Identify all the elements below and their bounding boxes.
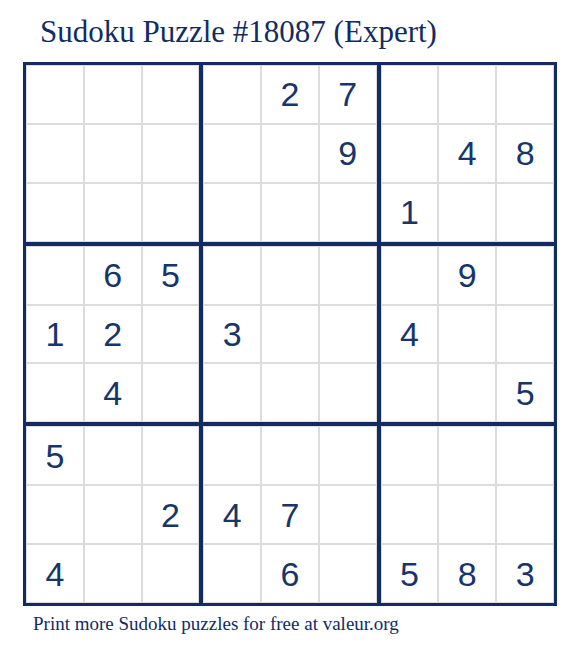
cell-r3c8 <box>438 183 496 242</box>
cell-r6c5 <box>261 363 319 422</box>
page-title: Sudoku Puzzle #18087 (Expert) <box>40 14 437 50</box>
cell-r4c9 <box>496 246 554 305</box>
cell-r9c5: 6 <box>261 544 319 603</box>
sudoku-box-1 <box>24 63 201 244</box>
cell-r1c9 <box>496 65 554 124</box>
cell-r4c3: 5 <box>142 246 200 305</box>
cell-r9c1: 4 <box>26 544 84 603</box>
cell-r7c2 <box>84 426 142 485</box>
footer-note: Print more Sudoku puzzles for free at va… <box>33 613 399 635</box>
cell-r5c6 <box>319 305 377 364</box>
cell-r7c3 <box>142 426 200 485</box>
cell-r6c3 <box>142 363 200 422</box>
cell-r3c6 <box>319 183 377 242</box>
cell-r8c7 <box>381 485 439 544</box>
sudoku-box-2: 279 <box>201 63 378 244</box>
cell-r5c4: 3 <box>203 305 261 364</box>
cell-r9c2 <box>84 544 142 603</box>
cell-r6c7 <box>381 363 439 422</box>
cell-r8c2 <box>84 485 142 544</box>
cell-r1c8 <box>438 65 496 124</box>
cell-r5c8 <box>438 305 496 364</box>
cell-r8c5: 7 <box>261 485 319 544</box>
sudoku-page: Sudoku Puzzle #18087 (Expert) 2794816512… <box>0 0 580 651</box>
cell-r9c9: 3 <box>496 544 554 603</box>
cell-r8c8 <box>438 485 496 544</box>
cell-r3c7: 1 <box>381 183 439 242</box>
cell-r7c6 <box>319 426 377 485</box>
cell-r2c6: 9 <box>319 124 377 183</box>
cell-r6c6 <box>319 363 377 422</box>
cell-r4c4 <box>203 246 261 305</box>
cell-r6c9: 5 <box>496 363 554 422</box>
cell-r1c6: 7 <box>319 65 377 124</box>
cell-r4c1 <box>26 246 84 305</box>
cell-r8c9 <box>496 485 554 544</box>
cell-r3c9 <box>496 183 554 242</box>
cell-r9c6 <box>319 544 377 603</box>
cell-r2c2 <box>84 124 142 183</box>
cell-r5c2: 2 <box>84 305 142 364</box>
cell-r1c5: 2 <box>261 65 319 124</box>
cell-r7c9 <box>496 426 554 485</box>
sudoku-box-5: 3 <box>201 244 378 425</box>
cell-r1c2 <box>84 65 142 124</box>
cell-r7c5 <box>261 426 319 485</box>
cell-r6c2: 4 <box>84 363 142 422</box>
cell-r4c6 <box>319 246 377 305</box>
cell-r1c3 <box>142 65 200 124</box>
cell-r2c1 <box>26 124 84 183</box>
cell-r9c3 <box>142 544 200 603</box>
cell-r9c4 <box>203 544 261 603</box>
cell-r3c3 <box>142 183 200 242</box>
cell-r8c1 <box>26 485 84 544</box>
cell-r6c1 <box>26 363 84 422</box>
cell-r9c8: 8 <box>438 544 496 603</box>
sudoku-box-7: 524 <box>24 424 201 605</box>
cell-r7c8 <box>438 426 496 485</box>
cell-r7c7 <box>381 426 439 485</box>
cell-r4c8: 9 <box>438 246 496 305</box>
cell-r1c1 <box>26 65 84 124</box>
cell-r5c1: 1 <box>26 305 84 364</box>
cell-r6c4 <box>203 363 261 422</box>
sudoku-box-6: 945 <box>379 244 556 425</box>
cell-r2c5 <box>261 124 319 183</box>
sudoku-box-4: 65124 <box>24 244 201 425</box>
cell-r3c2 <box>84 183 142 242</box>
cell-r3c4 <box>203 183 261 242</box>
cell-r5c7: 4 <box>381 305 439 364</box>
cell-r4c7 <box>381 246 439 305</box>
cell-r2c3 <box>142 124 200 183</box>
cell-r6c8 <box>438 363 496 422</box>
cell-r3c1 <box>26 183 84 242</box>
cell-r3c5 <box>261 183 319 242</box>
cell-r8c4: 4 <box>203 485 261 544</box>
sudoku-board: 279481651243945524476583 <box>23 62 557 606</box>
cell-r7c4 <box>203 426 261 485</box>
cell-r8c3: 2 <box>142 485 200 544</box>
sudoku-box-3: 481 <box>379 63 556 244</box>
cell-r2c7 <box>381 124 439 183</box>
cell-r2c9: 8 <box>496 124 554 183</box>
cell-r4c5 <box>261 246 319 305</box>
cell-r4c2: 6 <box>84 246 142 305</box>
cell-r5c5 <box>261 305 319 364</box>
sudoku-box-9: 583 <box>379 424 556 605</box>
sudoku-box-8: 476 <box>201 424 378 605</box>
cell-r2c8: 4 <box>438 124 496 183</box>
cell-r2c4 <box>203 124 261 183</box>
cell-r8c6 <box>319 485 377 544</box>
cell-r7c1: 5 <box>26 426 84 485</box>
cell-r5c3 <box>142 305 200 364</box>
cell-r5c9 <box>496 305 554 364</box>
cell-r9c7: 5 <box>381 544 439 603</box>
cell-r1c7 <box>381 65 439 124</box>
cell-r1c4 <box>203 65 261 124</box>
